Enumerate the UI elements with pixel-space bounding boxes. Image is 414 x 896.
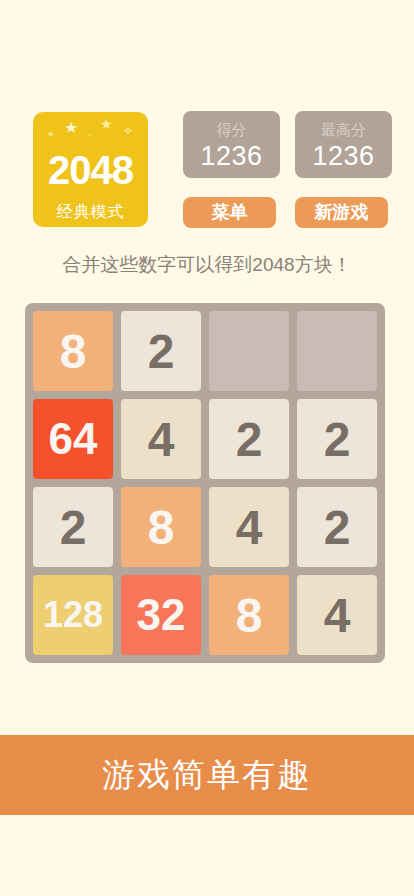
menu-button[interactable]: 菜单 bbox=[183, 197, 276, 228]
tile-8-r3c2: 8 bbox=[121, 487, 201, 567]
game-screen: ✦★⋆★✧ 2048 经典模式 得分 1236 最高分 1236 菜单 新游戏 … bbox=[0, 0, 414, 896]
instruction-text: 合并这些数字可以得到2048方块！ bbox=[0, 252, 414, 278]
empty-cell-r1c4 bbox=[297, 311, 377, 391]
score-box: 得分 1236 bbox=[183, 111, 280, 178]
star-icon: ★ bbox=[100, 116, 113, 132]
tile-64-r2c1: 64 bbox=[33, 399, 113, 479]
tile-32-r4c2: 32 bbox=[121, 575, 201, 655]
tile-2-r2c4: 2 bbox=[297, 399, 377, 479]
tile-2-r3c1: 2 bbox=[33, 487, 113, 567]
empty-cell-r1c3 bbox=[209, 311, 289, 391]
logo-subtitle: 经典模式 bbox=[33, 202, 148, 223]
tile-8-r4c3: 8 bbox=[209, 575, 289, 655]
best-score-value: 1236 bbox=[295, 141, 392, 172]
score-value: 1236 bbox=[183, 141, 280, 172]
new-game-button[interactable]: 新游戏 bbox=[295, 197, 388, 228]
tile-4-r3c3: 4 bbox=[209, 487, 289, 567]
tile-2-r3c4: 2 bbox=[297, 487, 377, 567]
tile-2-r1c2: 2 bbox=[121, 311, 201, 391]
star-icon: ✦ bbox=[46, 128, 55, 141]
tile-8-r1c1: 8 bbox=[33, 311, 113, 391]
footer-banner: 游戏简单有趣 bbox=[0, 735, 414, 815]
tile-4-r2c2: 4 bbox=[121, 399, 201, 479]
star-icon: ★ bbox=[64, 118, 78, 137]
tile-128-r4c1: 128 bbox=[33, 575, 113, 655]
star-icon: ✧ bbox=[123, 124, 133, 138]
tile-2-r2c3: 2 bbox=[209, 399, 289, 479]
tile-4-r4c4: 4 bbox=[297, 575, 377, 655]
best-score-label: 最高分 bbox=[295, 111, 392, 140]
score-label: 得分 bbox=[183, 111, 280, 140]
star-icon: ⋆ bbox=[87, 130, 93, 140]
best-score-box: 最高分 1236 bbox=[295, 111, 392, 178]
logo-title: 2048 bbox=[33, 148, 148, 193]
board[interactable]: 826442228421283284 bbox=[25, 303, 385, 663]
logo: ✦★⋆★✧ 2048 经典模式 bbox=[33, 112, 148, 227]
